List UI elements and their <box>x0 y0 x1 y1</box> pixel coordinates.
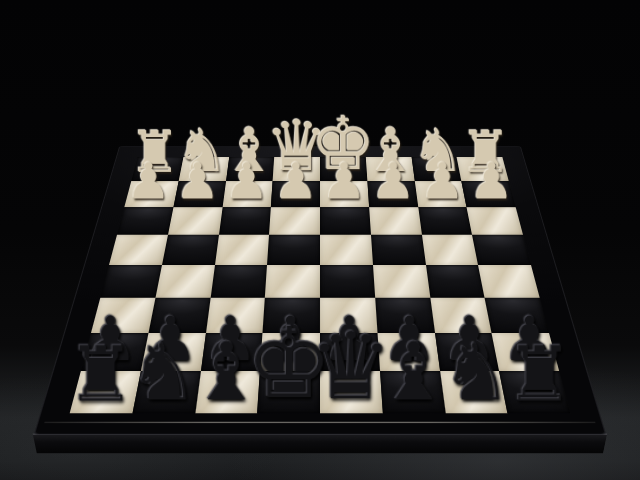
square-h2[interactable]: ♟ <box>124 181 178 207</box>
square-b5[interactable] <box>426 265 485 298</box>
square-c8[interactable]: ♝ <box>380 371 445 413</box>
square-d2[interactable]: ♟ <box>320 181 369 207</box>
square-c3[interactable] <box>369 207 422 235</box>
white-pawn-a2[interactable]: ♟ <box>469 157 514 207</box>
square-g4[interactable] <box>162 235 219 265</box>
square-a5[interactable] <box>478 265 539 298</box>
square-b3[interactable] <box>418 207 472 235</box>
square-d5[interactable] <box>320 265 375 298</box>
white-pawn-d2[interactable]: ♟ <box>322 157 367 207</box>
chess-scene: ♜♞♝♛♚♝♞♜♟♟♟♟♟♟♟♟♟♟♟♟♟♟♟♟♜♞♝♚♛♝♞♜ <box>0 0 640 480</box>
white-pawn-c2[interactable]: ♟ <box>371 157 416 207</box>
black-knight-b8[interactable]: ♞ <box>441 334 511 412</box>
square-f4[interactable] <box>215 235 270 265</box>
square-c2[interactable]: ♟ <box>367 181 418 207</box>
square-h3[interactable] <box>117 207 173 235</box>
square-f3[interactable] <box>218 207 271 235</box>
square-f2[interactable]: ♟ <box>222 181 273 207</box>
chess-board: ♜♞♝♛♚♝♞♜♟♟♟♟♟♟♟♟♟♟♟♟♟♟♟♟♜♞♝♚♛♝♞♜ <box>35 147 605 434</box>
black-rook-a8[interactable]: ♜ <box>505 337 573 413</box>
square-e2[interactable]: ♟ <box>271 181 320 207</box>
square-e5[interactable] <box>265 265 320 298</box>
square-a3[interactable] <box>467 207 523 235</box>
white-pawn-g2[interactable]: ♟ <box>175 157 220 207</box>
square-d8[interactable]: ♛ <box>320 371 383 413</box>
white-pawn-f2[interactable]: ♟ <box>224 157 269 207</box>
square-b4[interactable] <box>422 235 479 265</box>
square-g2[interactable]: ♟ <box>173 181 225 207</box>
black-knight-g8[interactable]: ♞ <box>129 334 199 412</box>
square-b2[interactable]: ♟ <box>414 181 466 207</box>
square-c4[interactable] <box>371 235 426 265</box>
photo-background: ♜♞♝♛♚♝♞♜♟♟♟♟♟♟♟♟♟♟♟♟♟♟♟♟♜♞♝♚♛♝♞♜ <box>0 0 640 480</box>
square-a8[interactable]: ♜ <box>499 371 570 413</box>
square-b8[interactable]: ♞ <box>440 371 508 413</box>
white-pawn-h2[interactable]: ♟ <box>127 157 172 207</box>
square-a2[interactable]: ♟ <box>462 181 516 207</box>
square-h4[interactable] <box>109 235 168 265</box>
square-d3[interactable] <box>320 207 371 235</box>
white-pawn-b2[interactable]: ♟ <box>420 157 465 207</box>
square-a4[interactable] <box>472 235 531 265</box>
black-bishop-c8[interactable]: ♝ <box>378 332 450 413</box>
square-h5[interactable] <box>100 265 161 298</box>
square-g5[interactable] <box>155 265 214 298</box>
square-f5[interactable] <box>210 265 267 298</box>
white-pawn-e2[interactable]: ♟ <box>273 157 318 207</box>
square-e4[interactable] <box>267 235 320 265</box>
square-c5[interactable] <box>373 265 430 298</box>
square-d4[interactable] <box>320 235 373 265</box>
square-e3[interactable] <box>269 207 320 235</box>
black-rook-h8[interactable]: ♜ <box>67 337 135 413</box>
square-g3[interactable] <box>168 207 222 235</box>
